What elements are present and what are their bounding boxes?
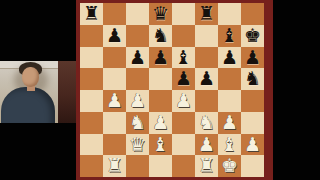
piece-bB-e6: ♝ [172,47,195,69]
square-d2: ♝ [149,134,172,156]
piece-wP-b4: ♟ [103,90,126,112]
square-c4: ♟ [126,90,149,112]
square-d7: ♞ [149,25,172,47]
piece-bP-h6: ♟ [241,47,264,69]
piece-wP-d3: ♟ [149,112,172,134]
square-c8 [126,3,149,25]
square-b2 [103,134,126,156]
square-f6 [195,47,218,69]
piece-wP-e4: ♟ [172,90,195,112]
video-frame: ♜♛♜♟♞♝♚♟♟♝♟♟♟♟♞♟♟♟♞♟♞♟♛♝♟♝♟♜♜♚ [0,0,320,180]
square-b1: ♜ [103,155,126,177]
square-f7 [195,25,218,47]
square-e5: ♟ [172,68,195,90]
presenter-face [22,67,39,87]
piece-wP-c4: ♟ [126,90,149,112]
square-g2: ♝ [218,134,241,156]
square-c7 [126,25,149,47]
piece-bN-h5: ♞ [241,68,264,90]
square-b8 [103,3,126,25]
chess-board-border: ♜♛♜♟♞♝♚♟♟♝♟♟♟♟♞♟♟♟♞♟♞♟♛♝♟♝♟♜♜♚ [76,0,273,180]
square-f1: ♜ [195,155,218,177]
square-g4 [218,90,241,112]
square-c3: ♞ [126,112,149,134]
square-d8: ♛ [149,3,172,25]
square-e7 [172,25,195,47]
square-g3: ♟ [218,112,241,134]
square-d5 [149,68,172,90]
webcam-shelf-band [58,61,76,123]
square-d3: ♟ [149,112,172,134]
square-g6: ♟ [218,47,241,69]
square-f2: ♟ [195,134,218,156]
square-c2: ♛ [126,134,149,156]
piece-wQ-c2: ♛ [126,134,149,156]
square-e8 [172,3,195,25]
square-h6: ♟ [241,47,264,69]
piece-bB-g7: ♝ [218,25,241,47]
square-h5: ♞ [241,68,264,90]
square-g5 [218,68,241,90]
square-a7 [80,25,103,47]
piece-wB-d2: ♝ [149,134,172,156]
square-a8: ♜ [80,3,103,25]
piece-bP-d6: ♟ [149,47,172,69]
piece-bP-b7: ♟ [103,25,126,47]
square-h1 [241,155,264,177]
square-b5 [103,68,126,90]
square-c1 [126,155,149,177]
square-g8 [218,3,241,25]
square-h3 [241,112,264,134]
piece-wK-g1: ♚ [218,155,241,177]
piece-bP-c6: ♟ [126,47,149,69]
piece-bK-h7: ♚ [241,25,264,47]
square-a1 [80,155,103,177]
square-e1 [172,155,195,177]
piece-wR-f1: ♜ [195,155,218,177]
piece-bP-f5: ♟ [195,68,218,90]
square-c5 [126,68,149,90]
piece-wP-f2: ♟ [195,134,218,156]
square-a3 [80,112,103,134]
square-b3 [103,112,126,134]
square-a4 [80,90,103,112]
square-e6: ♝ [172,47,195,69]
square-a6 [80,47,103,69]
piece-wP-g3: ♟ [218,112,241,134]
chess-board: ♜♛♜♟♞♝♚♟♟♝♟♟♟♟♞♟♟♟♞♟♞♟♛♝♟♝♟♜♜♚ [80,3,264,177]
webcam-overlay [0,61,76,123]
square-f4 [195,90,218,112]
square-e3 [172,112,195,134]
square-b4: ♟ [103,90,126,112]
square-h7: ♚ [241,25,264,47]
presenter-torso [1,87,55,123]
square-g7: ♝ [218,25,241,47]
piece-bR-f8: ♜ [195,3,218,25]
piece-wB-g2: ♝ [218,134,241,156]
piece-bQ-d8: ♛ [149,3,172,25]
piece-bP-e5: ♟ [172,68,195,90]
square-d6: ♟ [149,47,172,69]
piece-bN-d7: ♞ [149,25,172,47]
square-b6 [103,47,126,69]
square-h8 [241,3,264,25]
square-f8: ♜ [195,3,218,25]
piece-wR-b1: ♜ [103,155,126,177]
square-b7: ♟ [103,25,126,47]
piece-bR-a8: ♜ [80,3,103,25]
piece-wN-c3: ♞ [126,112,149,134]
piece-wP-h2: ♟ [241,134,264,156]
square-d4 [149,90,172,112]
square-a2 [80,134,103,156]
square-a5 [80,68,103,90]
square-f5: ♟ [195,68,218,90]
square-e4: ♟ [172,90,195,112]
square-c6: ♟ [126,47,149,69]
square-f3: ♞ [195,112,218,134]
piece-wN-f3: ♞ [195,112,218,134]
square-d1 [149,155,172,177]
square-g1: ♚ [218,155,241,177]
square-e2 [172,134,195,156]
piece-bP-g6: ♟ [218,47,241,69]
square-h4 [241,90,264,112]
square-h2: ♟ [241,134,264,156]
